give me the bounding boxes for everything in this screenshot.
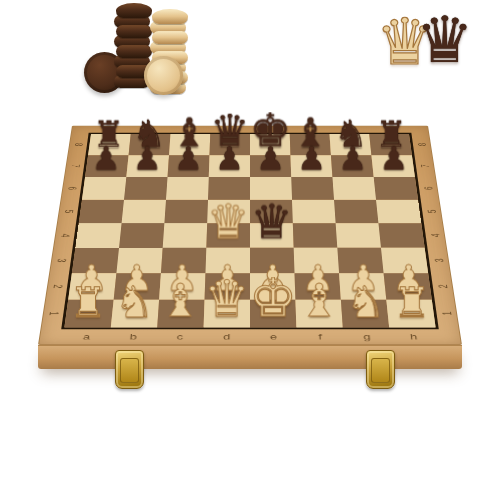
file-label-g: g bbox=[343, 330, 391, 342]
rank-label-7: 7 bbox=[54, 162, 96, 169]
file-label-f: f bbox=[296, 330, 343, 342]
file-label-h: h bbox=[389, 330, 437, 342]
board-tilt: ♜♞♝♛♚♝♞♜♟♟♟♟♟♟♟♟♛♛♟♟♟♟♟♟♟♟♜♞♝♛♚♝♞♜ abcde… bbox=[38, 126, 462, 345]
square-g7: ♟ bbox=[331, 155, 374, 177]
square-c4 bbox=[163, 223, 207, 247]
rank-label-4: 4 bbox=[43, 231, 87, 239]
rank-label-4: 4 bbox=[413, 231, 457, 239]
square-g4 bbox=[336, 223, 381, 247]
square-e1: ♚ bbox=[250, 300, 296, 328]
square-f1: ♝ bbox=[295, 300, 342, 328]
white-queen: ♛ bbox=[206, 201, 250, 245]
brass-latch-left bbox=[115, 350, 144, 389]
rank-label-2: 2 bbox=[34, 282, 80, 291]
file-label-b: b bbox=[109, 330, 157, 342]
square-c5 bbox=[164, 200, 208, 224]
board-frame: ♜♞♝♛♚♝♞♜♟♟♟♟♟♟♟♟♛♛♟♟♟♟♟♟♟♟♜♞♝♛♚♝♞♜ abcde… bbox=[38, 126, 462, 345]
rank-label-2: 2 bbox=[419, 282, 465, 291]
file-labels: abcdefgh bbox=[62, 330, 437, 342]
rank-label-8: 8 bbox=[401, 141, 442, 148]
rank-label-3: 3 bbox=[39, 256, 84, 265]
square-g1: ♞ bbox=[341, 300, 389, 328]
square-f6 bbox=[291, 177, 334, 200]
rank-label-1: 1 bbox=[30, 309, 77, 318]
square-b5 bbox=[122, 200, 166, 224]
black-pawn: ♟ bbox=[332, 133, 373, 174]
file-label-e: e bbox=[250, 330, 297, 342]
white-bishop: ♝ bbox=[296, 277, 342, 323]
square-g6 bbox=[332, 177, 376, 200]
black-queen-icon: ♛ bbox=[416, 8, 473, 72]
square-f7: ♟ bbox=[290, 155, 332, 177]
checker-disc-edge bbox=[152, 9, 188, 24]
black-pawn: ♟ bbox=[250, 133, 291, 174]
light-checker-disc bbox=[144, 56, 183, 95]
board-inner-border: ♜♞♝♛♚♝♞♜♟♟♟♟♟♟♟♟♛♛♟♟♟♟♟♟♟♟♜♞♝♛♚♝♞♜ bbox=[61, 133, 439, 329]
black-queen: ♛ bbox=[250, 201, 294, 245]
square-e7: ♟ bbox=[250, 155, 291, 177]
square-f5 bbox=[292, 200, 336, 224]
rank-label-7: 7 bbox=[404, 162, 446, 169]
white-knight: ♞ bbox=[343, 277, 389, 323]
square-d7: ♟ bbox=[209, 155, 250, 177]
rank-label-6: 6 bbox=[51, 184, 94, 192]
white-bishop: ♝ bbox=[157, 277, 203, 323]
rank-label-8: 8 bbox=[58, 141, 99, 148]
checker-disc-edge bbox=[152, 31, 188, 44]
rank-label-3: 3 bbox=[416, 256, 461, 265]
black-pawn: ♟ bbox=[127, 133, 168, 174]
square-d1: ♛ bbox=[204, 300, 250, 328]
square-e4: ♛ bbox=[250, 223, 294, 247]
white-king: ♚ bbox=[250, 277, 296, 323]
square-b4 bbox=[119, 223, 164, 247]
square-g5 bbox=[334, 200, 378, 224]
black-pawn: ♟ bbox=[209, 133, 250, 174]
brass-latch-right bbox=[366, 350, 395, 389]
white-queen: ♛ bbox=[204, 277, 250, 323]
checker-disc-edge bbox=[116, 45, 152, 58]
box-front-edge bbox=[38, 345, 462, 369]
checker-disc-edge bbox=[116, 3, 152, 18]
square-b1: ♞ bbox=[111, 300, 159, 328]
black-pawn: ♟ bbox=[168, 133, 209, 174]
rank-label-5: 5 bbox=[410, 207, 454, 215]
square-c1: ♝ bbox=[157, 300, 204, 328]
chess-board-scene: ♜♞♝♛♚♝♞♜♟♟♟♟♟♟♟♟♛♛♟♟♟♟♟♟♟♟♜♞♝♛♚♝♞♜ abcde… bbox=[38, 106, 462, 406]
file-label-c: c bbox=[156, 330, 203, 342]
square-c7: ♟ bbox=[168, 155, 210, 177]
square-d4: ♛ bbox=[206, 223, 250, 247]
white-knight: ♞ bbox=[111, 277, 157, 323]
square-b6 bbox=[124, 177, 168, 200]
black-pawn: ♟ bbox=[291, 133, 332, 174]
checkers-discs bbox=[84, 4, 204, 100]
product-photo: ♛ ♛ ♜♞♝♛♚♝♞♜♟♟♟♟♟♟♟♟♛♛♟♟♟♟♟♟♟♟♜♞♝♛♚♝♞♜ a… bbox=[0, 0, 500, 500]
spare-queens: ♛ ♛ bbox=[372, 6, 482, 92]
rank-label-5: 5 bbox=[47, 207, 91, 215]
chess-board: ♜♞♝♛♚♝♞♜♟♟♟♟♟♟♟♟♛♛♟♟♟♟♟♟♟♟♜♞♝♛♚♝♞♜ bbox=[64, 134, 435, 327]
square-b7: ♟ bbox=[126, 155, 169, 177]
checker-disc-edge bbox=[116, 25, 152, 38]
square-f4 bbox=[293, 223, 337, 247]
file-label-d: d bbox=[203, 330, 250, 342]
square-c6 bbox=[166, 177, 209, 200]
file-label-a: a bbox=[62, 330, 110, 342]
rank-label-1: 1 bbox=[423, 309, 470, 318]
rank-label-6: 6 bbox=[407, 184, 450, 192]
